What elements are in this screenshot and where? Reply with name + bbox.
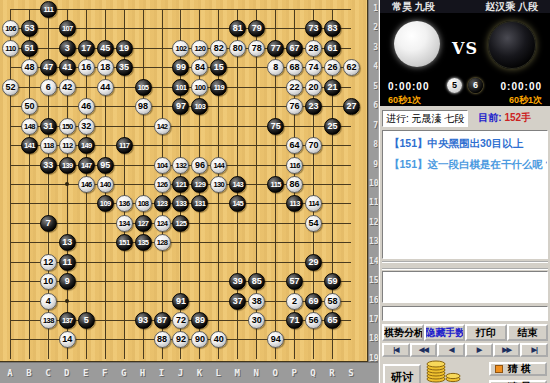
- white-stone-move-20[interactable]: 20: [305, 79, 322, 96]
- black-stone-move-91[interactable]: 91: [172, 293, 189, 310]
- white-stone-move-42[interactable]: 42: [59, 79, 76, 96]
- white-stone-move-54[interactable]: 54: [305, 215, 322, 232]
- white-stone-move-88[interactable]: 88: [154, 331, 171, 348]
- white-stone-move-52[interactable]: 52: [2, 79, 19, 96]
- row-label-3: 3: [369, 43, 378, 52]
- black-stone-move-95[interactable]: 95: [97, 157, 114, 174]
- row-label-19: 19: [369, 354, 378, 363]
- black-stone-move-27[interactable]: 27: [343, 98, 360, 115]
- column-label-D: D: [61, 368, 73, 378]
- white-stone-move-46[interactable]: 46: [78, 98, 95, 115]
- black-stone-move-149[interactable]: 149: [78, 137, 95, 154]
- black-stone-move-33[interactable]: 33: [40, 157, 57, 174]
- white-stone-move-56[interactable]: 56: [305, 312, 322, 329]
- black-stone-move-87[interactable]: 87: [154, 312, 171, 329]
- row-label-16: 16: [369, 296, 378, 305]
- white-stone-move-148[interactable]: 148: [21, 118, 38, 135]
- white-stone-move-18[interactable]: 18: [97, 59, 114, 76]
- black-stone-move-75[interactable]: 75: [267, 118, 284, 135]
- row-label-4: 4: [369, 62, 378, 71]
- column-label-L: L: [212, 368, 224, 378]
- black-stone-move-151[interactable]: 151: [116, 234, 133, 251]
- black-stone-move-77[interactable]: 77: [267, 40, 284, 57]
- row-label-13: 13: [369, 237, 378, 246]
- black-stone-move-127[interactable]: 127: [135, 215, 152, 232]
- bottom-bar: 研讨 目前100分 猜 棋 猜 局: [380, 359, 550, 383]
- white-stone-move-6[interactable]: 6: [40, 79, 57, 96]
- black-stone-move-37[interactable]: 37: [229, 293, 246, 310]
- column-label-A: A: [4, 368, 16, 378]
- black-stone-move-111[interactable]: 111: [40, 1, 57, 18]
- status-bar: 进行: 元晟溱 七段 目前: 152手: [380, 106, 550, 128]
- column-label-R: R: [326, 368, 338, 378]
- column-label-I: I: [156, 368, 168, 378]
- row-label-7: 7: [369, 121, 378, 130]
- analyze-button[interactable]: 棋势分析: [382, 324, 424, 341]
- side-panel: 常昊 九段 赵汉乘 八段 VS 0:00:00 0:00:00 5 6 60秒1…: [378, 0, 550, 383]
- white-stone-move-22[interactable]: 22: [286, 79, 303, 96]
- white-stone-move-70[interactable]: 70: [305, 137, 322, 154]
- column-label-B: B: [23, 368, 35, 378]
- chat-message: 【151】中央黑围出30目以上: [389, 137, 542, 151]
- move-counter-label: 目前:: [478, 112, 504, 123]
- row-label-8: 8: [369, 140, 378, 149]
- white-stone-move-12[interactable]: 12: [40, 254, 57, 271]
- go-board[interactable]: 1111065310781797383110513174519102120828…: [0, 0, 368, 362]
- white-byoyomi: 60秒1次: [388, 94, 421, 107]
- white-clock: 0:00:00: [388, 81, 429, 92]
- white-stone-move-144[interactable]: 144: [210, 157, 227, 174]
- row-label-2: 2: [369, 23, 378, 32]
- black-stone-move-11[interactable]: 11: [59, 254, 76, 271]
- white-stone-move-150[interactable]: 150: [59, 118, 76, 135]
- white-stone-move-134[interactable]: 134: [116, 215, 133, 232]
- black-stone-move-93[interactable]: 93: [135, 312, 152, 329]
- white-stone-move-140[interactable]: 140: [97, 176, 114, 193]
- column-label-K: K: [193, 368, 205, 378]
- end-button[interactable]: 结束: [507, 324, 549, 341]
- column-label-P: P: [288, 368, 300, 378]
- black-stone-move-21[interactable]: 21: [324, 79, 341, 96]
- row-label-10: 10: [369, 179, 378, 188]
- guess-move-button[interactable]: 猜 棋: [489, 362, 547, 376]
- player-names-bar: 常昊 九段 赵汉乘 八段: [380, 0, 550, 13]
- black-stone-move-59[interactable]: 59: [324, 273, 341, 290]
- black-stone-move-135[interactable]: 135: [135, 234, 152, 251]
- black-stone-move-9[interactable]: 9: [59, 273, 76, 290]
- black-stone-move-69[interactable]: 69: [305, 293, 322, 310]
- black-stone-move-31[interactable]: 31: [40, 118, 57, 135]
- white-stone-move-10[interactable]: 10: [40, 273, 57, 290]
- column-labels: ABCDEFGHIJKLMNOPQRS: [0, 362, 378, 383]
- back-button[interactable]: ◀: [437, 343, 465, 357]
- column-label-C: C: [42, 368, 54, 378]
- white-stone-move-38[interactable]: 38: [248, 293, 265, 310]
- black-stone-move-17[interactable]: 17: [78, 40, 95, 57]
- toolbar: 棋势分析 隐藏手数 打印 结束: [382, 324, 548, 341]
- black-stone-move-147[interactable]: 147: [78, 157, 95, 174]
- white-stone-move-126[interactable]: 126: [154, 176, 171, 193]
- chat-message: 【151】这一段白棋是在干什么呢？: [389, 158, 542, 172]
- column-label-N: N: [250, 368, 262, 378]
- column-label-F: F: [99, 368, 111, 378]
- last-move-button[interactable]: ▶|: [520, 343, 548, 357]
- black-stone-move-141[interactable]: 141: [21, 137, 38, 154]
- hide-move-numbers-button[interactable]: 隐藏手数: [424, 324, 466, 341]
- move-counter-value: 152手: [504, 112, 531, 123]
- white-stone-move-96[interactable]: 96: [191, 157, 208, 174]
- row-label-1: 1: [369, 4, 378, 13]
- white-stone-move-2[interactable]: 2: [286, 293, 303, 310]
- white-stone-move-4[interactable]: 4: [40, 293, 57, 310]
- first-move-button[interactable]: |◀: [382, 343, 410, 357]
- white-stone-move-110[interactable]: 110: [2, 40, 19, 57]
- white-stone-move-104[interactable]: 104: [154, 157, 171, 174]
- black-stone-move-109[interactable]: 109: [97, 195, 114, 212]
- row-label-17: 17: [369, 315, 378, 324]
- secondary-chat-box[interactable]: [382, 271, 548, 303]
- column-label-S: S: [345, 368, 357, 378]
- white-stone-move-128[interactable]: 128: [154, 234, 171, 251]
- black-player-name: 赵汉乘 八段: [485, 0, 538, 14]
- guess-move-label: 猜 棋: [508, 362, 531, 376]
- row-label-6: 6: [369, 101, 378, 110]
- black-stone-move-105[interactable]: 105: [135, 79, 152, 96]
- row-label-11: 11: [369, 198, 378, 207]
- black-stone-move-29[interactable]: 29: [305, 254, 322, 271]
- row-label-14: 14: [369, 257, 378, 266]
- vs-label: VS: [380, 39, 550, 58]
- black-stone-move-25[interactable]: 25: [324, 118, 341, 135]
- black-byoyomi: 60秒1次: [509, 94, 542, 107]
- white-stone-move-132[interactable]: 132: [172, 157, 189, 174]
- white-player-name: 常昊 九段: [392, 0, 435, 14]
- white-stone-move-78[interactable]: 78: [248, 40, 265, 57]
- coins-icon: [424, 359, 462, 383]
- commentary-box[interactable]: 【151】中央黑围出30目以上 【151】这一段白棋是在干什么呢？: [382, 130, 548, 259]
- progress-field: 进行: 元晟溱 七段: [382, 110, 468, 127]
- row-label-5: 5: [369, 82, 378, 91]
- white-stone-move-50[interactable]: 50: [21, 98, 38, 115]
- column-label-O: O: [269, 368, 281, 378]
- player-arena: VS 0:00:00 0:00:00 5 6 60秒1次 60秒1次: [380, 13, 550, 106]
- white-stone-move-16[interactable]: 16: [78, 59, 95, 76]
- black-stone-move-123[interactable]: 123: [154, 195, 171, 212]
- black-stone-move-51[interactable]: 51: [21, 40, 38, 57]
- print-button[interactable]: 打印: [465, 324, 507, 341]
- white-stone-move-142[interactable]: 142: [154, 118, 171, 135]
- black-stone-move-45[interactable]: 45: [97, 40, 114, 57]
- row-label-12: 12: [369, 218, 378, 227]
- black-stone-move-71[interactable]: 71: [286, 312, 303, 329]
- go-client-window: 1111065310781797383110513174519102120828…: [0, 0, 550, 383]
- black-stone-move-5[interactable]: 5: [78, 312, 95, 329]
- black-stone-move-119[interactable]: 119: [210, 79, 227, 96]
- white-stone-move-118[interactable]: 118: [40, 137, 57, 154]
- row-label-9: 9: [369, 160, 378, 169]
- board-zone: 1111065310781797383110513174519102120828…: [0, 0, 378, 383]
- black-stone-move-61[interactable]: 61: [324, 40, 341, 57]
- white-stone-move-116[interactable]: 116: [286, 157, 303, 174]
- black-stone-move-139[interactable]: 139: [59, 157, 76, 174]
- white-stone-move-62[interactable]: 62: [343, 59, 360, 76]
- white-stone-move-138[interactable]: 138: [40, 312, 57, 329]
- black-stone-move-13[interactable]: 13: [59, 234, 76, 251]
- black-stone-move-117[interactable]: 117: [116, 137, 133, 154]
- white-stone-move-98[interactable]: 98: [135, 98, 152, 115]
- white-counter-stone: 5: [447, 78, 462, 93]
- black-stone-move-19[interactable]: 19: [116, 40, 133, 57]
- column-label-H: H: [137, 368, 149, 378]
- fast-forward-button[interactable]: ▶▶: [493, 343, 521, 357]
- panel-splitter[interactable]: [382, 261, 548, 270]
- black-stone-move-115[interactable]: 115: [267, 176, 284, 193]
- playback-controls: |◀ ◀◀ ◀ ▶ ▶▶ ▶|: [382, 343, 548, 357]
- black-counter-stone: 6: [468, 78, 483, 93]
- white-stone-move-44[interactable]: 44: [97, 79, 114, 96]
- orange-square-icon: [495, 365, 503, 373]
- column-label-G: G: [118, 368, 130, 378]
- white-stone-move-86[interactable]: 86: [286, 176, 303, 193]
- black-stone-move-7[interactable]: 7: [40, 215, 57, 232]
- forward-button[interactable]: ▶: [465, 343, 493, 357]
- column-label-J: J: [174, 368, 186, 378]
- move-counter: 目前: 152手: [478, 111, 531, 125]
- black-stone-move-67[interactable]: 67: [286, 40, 303, 57]
- column-label-M: M: [231, 368, 243, 378]
- white-stone-move-28[interactable]: 28: [305, 40, 322, 57]
- white-stone-move-58[interactable]: 58: [324, 293, 341, 310]
- black-stone-move-3[interactable]: 3: [59, 40, 76, 57]
- column-label-E: E: [80, 368, 92, 378]
- black-stone-move-137[interactable]: 137: [59, 312, 76, 329]
- fast-back-button[interactable]: ◀◀: [410, 343, 438, 357]
- chat-input[interactable]: [382, 306, 548, 321]
- discuss-button[interactable]: 研讨: [383, 364, 421, 383]
- white-stone-move-146[interactable]: 146: [78, 176, 95, 193]
- white-stone-move-124[interactable]: 124: [154, 215, 171, 232]
- black-stone-move-41[interactable]: 41: [59, 59, 76, 76]
- row-label-18: 18: [369, 334, 378, 343]
- black-stone-move-35[interactable]: 35: [116, 59, 133, 76]
- black-stone-move-65[interactable]: 65: [324, 312, 341, 329]
- column-label-Q: Q: [307, 368, 319, 378]
- white-stone-move-136[interactable]: 136: [116, 195, 133, 212]
- row-label-15: 15: [369, 276, 378, 285]
- white-stone-move-108[interactable]: 108: [135, 195, 152, 212]
- white-stone-move-32[interactable]: 32: [78, 118, 95, 135]
- black-clock: 0:00:00: [501, 81, 542, 92]
- white-stone-move-112[interactable]: 112: [59, 137, 76, 154]
